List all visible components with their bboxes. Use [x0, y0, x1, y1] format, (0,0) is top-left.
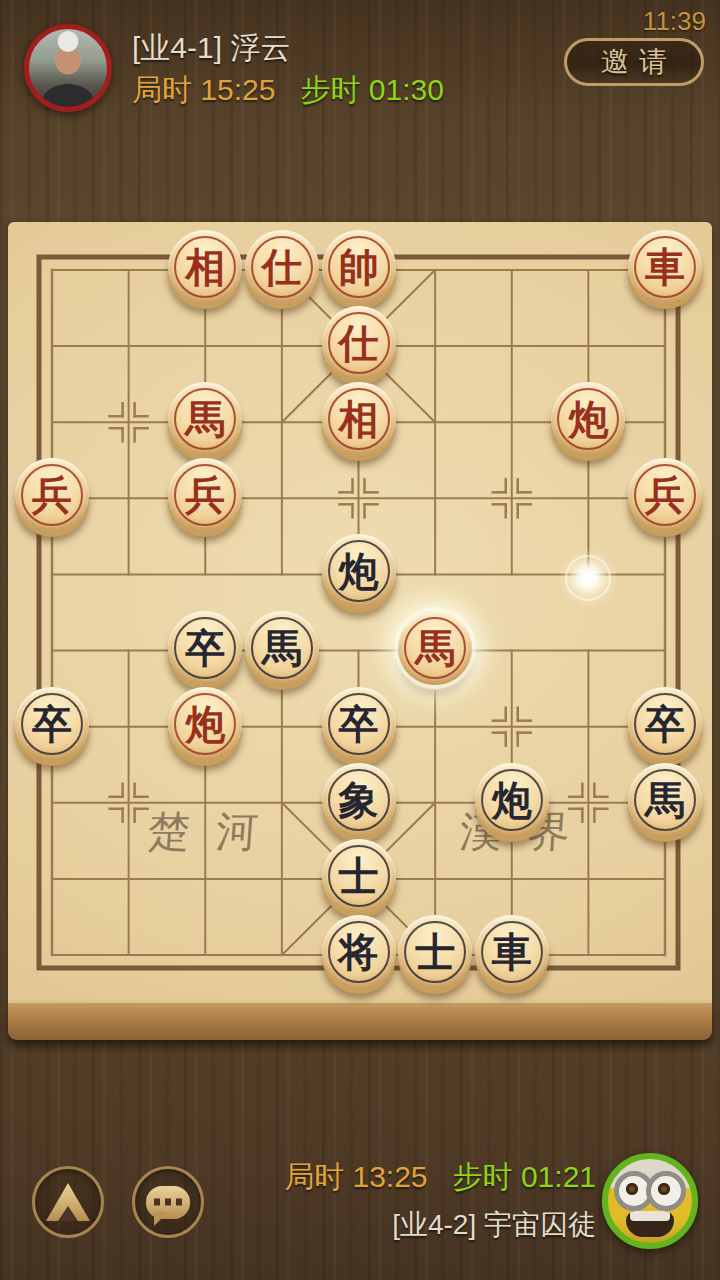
piece-red[interactable]: 兵 [15, 458, 89, 532]
piece-red[interactable]: 相 [168, 230, 242, 304]
piece-black[interactable]: 炮 [475, 763, 549, 837]
player-timers: 局时 13:25 步时 01:21 [284, 1157, 596, 1198]
opponent-name: [业4-1] 浮云 [132, 28, 290, 69]
piece-character: 卒 [645, 704, 685, 744]
piece-character: 炮 [185, 704, 225, 744]
piece-character: 炮 [492, 780, 532, 820]
system-clock: 11:39 [643, 6, 706, 37]
piece-black[interactable]: 卒 [322, 687, 396, 761]
piece-red[interactable]: 炮 [168, 687, 242, 761]
pieces-layer: 相仕帥車仕馬相炮兵兵兵炮卒馬馬卒炮卒卒象炮馬士将士車 [8, 222, 712, 1005]
piece-black[interactable]: 士 [398, 915, 472, 989]
minion-mouth [626, 1211, 674, 1237]
piece-character: 車 [645, 247, 685, 287]
player-nickname: 宇宙囚徒 [484, 1209, 596, 1240]
opponent-avatar[interactable] [24, 24, 112, 112]
piece-character: 仕 [262, 247, 302, 287]
piece-character: 帥 [339, 247, 379, 287]
piece-character: 卒 [185, 628, 225, 668]
piece-character: 相 [185, 247, 225, 287]
piece-black[interactable]: 炮 [322, 534, 396, 608]
piece-red[interactable]: 兵 [168, 458, 242, 532]
piece-black[interactable]: 卒 [168, 611, 242, 685]
opponent-timers: 局时 15:25 步时 01:30 [132, 70, 444, 111]
piece-character: 馬 [262, 628, 302, 668]
piece-black[interactable]: 馬 [245, 611, 319, 685]
piece-character: 馬 [185, 399, 225, 439]
piece-character: 炮 [568, 399, 608, 439]
piece-red[interactable]: 馬 [398, 611, 472, 685]
minion-goggle-right [646, 1171, 686, 1211]
invite-button[interactable]: 邀请 [564, 38, 704, 86]
piece-character: 兵 [645, 475, 685, 515]
piece-red[interactable]: 馬 [168, 382, 242, 456]
player-avatar[interactable] [602, 1153, 698, 1249]
player-rank-tag: [业4-2] [392, 1209, 476, 1240]
piece-character: 馬 [415, 628, 455, 668]
piece-character: 馬 [645, 780, 685, 820]
piece-black[interactable]: 将 [322, 915, 396, 989]
opponent-move-time: 01:30 [369, 73, 444, 106]
chat-button[interactable] [132, 1166, 204, 1238]
piece-red[interactable]: 炮 [551, 382, 625, 456]
piece-black[interactable]: 馬 [628, 763, 702, 837]
piece-red[interactable]: 仕 [245, 230, 319, 304]
player-game-time-label: 局时 [284, 1160, 344, 1193]
piece-black[interactable]: 車 [475, 915, 549, 989]
piece-black[interactable]: 卒 [628, 687, 702, 761]
chat-bubble-icon [146, 1186, 190, 1219]
piece-character: 卒 [32, 704, 72, 744]
piece-red[interactable]: 仕 [322, 306, 396, 380]
piece-character: 象 [339, 780, 379, 820]
opponent-nickname: 浮云 [230, 31, 290, 64]
piece-character: 士 [415, 932, 455, 972]
player-info: 局时 13:25 步时 01:21 [业4-2] 宇宙囚徒 [284, 1157, 596, 1244]
player-move-time-label: 步时 [453, 1160, 513, 1193]
piece-character: 相 [339, 399, 379, 439]
piece-character: 炮 [339, 551, 379, 591]
move-indicator-sparkle [556, 546, 620, 610]
board-3d-edge [8, 1003, 712, 1040]
piece-character: 兵 [185, 475, 225, 515]
xiangqi-board[interactable]: 楚河 漢界 相仕帥車仕馬相炮兵兵兵炮卒馬馬卒炮卒卒象炮馬士将士車 [8, 222, 712, 1040]
piece-character: 兵 [32, 475, 72, 515]
player-move-time: 01:21 [521, 1160, 596, 1193]
piece-black[interactable]: 象 [322, 763, 396, 837]
player-name: [业4-2] 宇宙囚徒 [284, 1206, 596, 1244]
piece-red[interactable]: 帥 [322, 230, 396, 304]
opponent-game-time: 15:25 [200, 73, 275, 106]
piece-character: 将 [339, 932, 379, 972]
piece-red[interactable]: 車 [628, 230, 702, 304]
piece-red[interactable]: 相 [322, 382, 396, 456]
piece-character: 卒 [339, 704, 379, 744]
up-arrow-icon [46, 1183, 90, 1221]
piece-black[interactable]: 卒 [15, 687, 89, 761]
opponent-rank-tag: [业4-1] [132, 31, 222, 64]
piece-character: 車 [492, 932, 532, 972]
opponent-move-time-label: 步时 [300, 73, 360, 106]
piece-character: 士 [339, 856, 379, 896]
opponent-game-time-label: 局时 [132, 73, 192, 106]
piece-red[interactable]: 兵 [628, 458, 702, 532]
player-game-time: 13:25 [352, 1160, 427, 1193]
piece-character: 仕 [339, 323, 379, 363]
collapse-button[interactable] [32, 1166, 104, 1238]
piece-black[interactable]: 士 [322, 839, 396, 913]
